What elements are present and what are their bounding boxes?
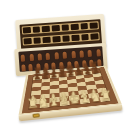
storage-slot xyxy=(62,35,70,42)
piece-black-pawn[interactable]: ♟ xyxy=(83,67,91,76)
storage-slot xyxy=(61,24,69,31)
piece-white-rook[interactable]: ♜ xyxy=(99,89,112,103)
piece-black-pawn[interactable]: ♟ xyxy=(50,70,58,79)
stored-piece xyxy=(21,54,25,61)
storage-slot xyxy=(52,36,60,43)
storage-slot xyxy=(33,37,41,44)
piece-black-pawn[interactable]: ♟ xyxy=(92,66,100,75)
piece-black-pawn[interactable]: ♟ xyxy=(75,68,83,77)
storage-slot xyxy=(90,22,98,29)
storage-slot xyxy=(80,23,88,30)
piece-black-pawn[interactable]: ♟ xyxy=(58,69,66,78)
chess-set-product-photo: ♜♞♝♛♚♝♞♜♟♟♟♟♟♟♟♟♟♟♟♟♟♟♟♟♜♞♝♛♚♝♞♜ xyxy=(0,0,125,125)
storage-slot xyxy=(42,26,50,33)
storage-slot xyxy=(23,38,31,45)
storage-slot xyxy=(43,37,51,44)
piece-black-pawn[interactable]: ♟ xyxy=(41,71,49,80)
storage-slot xyxy=(71,35,79,42)
stored-piece xyxy=(38,53,42,60)
storage-slot xyxy=(51,25,59,32)
piece-black-pawn[interactable]: ♟ xyxy=(33,72,41,81)
stored-piece xyxy=(29,54,33,61)
pieces-layer: ♜♞♝♛♚♝♞♜♟♟♟♟♟♟♟♟♟♟♟♟♟♟♟♟♜♞♝♛♚♝♞♜ xyxy=(10,52,125,125)
storage-slot xyxy=(91,33,99,40)
storage-slot xyxy=(23,27,31,34)
storage-slot xyxy=(32,26,40,33)
chessboard-group: ♜♞♝♛♚♝♞♜♟♟♟♟♟♟♟♟♟♟♟♟♟♟♟♟♜♞♝♛♚♝♞♜ xyxy=(10,52,125,125)
piece-black-pawn[interactable]: ♟ xyxy=(66,68,74,77)
storage-slot xyxy=(81,34,89,41)
storage-slot xyxy=(71,24,79,31)
